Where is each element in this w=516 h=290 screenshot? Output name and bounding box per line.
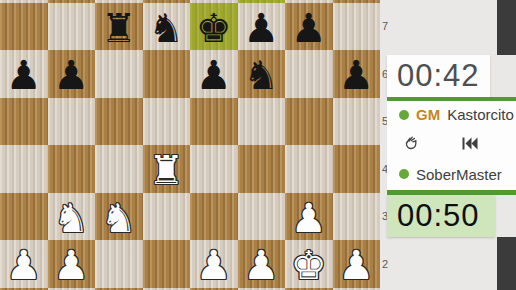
square-c2[interactable]	[95, 240, 143, 288]
square-g3[interactable]: ♟	[285, 193, 333, 241]
draw-offer-hand-icon[interactable]	[403, 135, 418, 151]
square-h2[interactable]: ♟	[333, 240, 381, 288]
active-player-clock: 00:50	[387, 195, 495, 237]
square-h3[interactable]	[333, 193, 381, 241]
rank-label-7: 7	[382, 20, 394, 32]
square-g2[interactable]: ♚	[285, 240, 333, 288]
opponent-clock: 00:42	[387, 55, 490, 97]
white-rook-d4[interactable]: ♜	[143, 145, 191, 193]
square-c3[interactable]: ♞	[95, 193, 143, 241]
square-e4[interactable]	[190, 145, 238, 193]
square-e6[interactable]: ♟	[190, 50, 238, 98]
black-king-e7[interactable]: ♚	[190, 3, 238, 51]
square-a5[interactable]	[0, 98, 48, 146]
player-title-badge: GM	[416, 106, 440, 123]
white-king-g2[interactable]: ♚	[285, 240, 333, 288]
white-pawn-f2[interactable]: ♟	[238, 240, 286, 288]
square-g7[interactable]: ♟	[285, 3, 333, 51]
square-f7[interactable]: ♟	[238, 3, 286, 51]
square-h6[interactable]: ♟	[333, 50, 381, 98]
black-pawn-b6[interactable]: ♟	[48, 50, 96, 98]
square-b5[interactable]	[48, 98, 96, 146]
chess-app-screen: ♜♜♞♚♟♟♟♟♟♞♟♜♞♞♟♟♟♟♟♚♟ 765432 00:42 GM Ka…	[0, 0, 516, 290]
online-status-icon	[399, 110, 409, 120]
square-f3[interactable]	[238, 193, 286, 241]
square-d7[interactable]: ♞	[143, 3, 191, 51]
black-rook-c7[interactable]: ♜	[95, 3, 143, 51]
app-background-bottom	[497, 237, 516, 290]
square-d3[interactable]	[143, 193, 191, 241]
square-a3[interactable]	[0, 193, 48, 241]
white-pawn-b2[interactable]: ♟	[48, 240, 96, 288]
square-g6[interactable]	[285, 50, 333, 98]
white-pawn-g3[interactable]: ♟	[285, 193, 333, 241]
white-pawn-a2[interactable]: ♟	[0, 240, 48, 288]
white-knight-b3[interactable]: ♞	[48, 193, 96, 241]
chess-board[interactable]: ♜♜♞♚♟♟♟♟♟♞♟♜♞♞♟♟♟♟♟♚♟	[0, 0, 380, 290]
square-d6[interactable]	[143, 50, 191, 98]
square-b6[interactable]: ♟	[48, 50, 96, 98]
square-e3[interactable]	[190, 193, 238, 241]
board-grid: ♜♜♞♚♟♟♟♟♟♞♟♜♞♞♟♟♟♟♟♚♟	[0, 0, 380, 290]
white-knight-c3[interactable]: ♞	[95, 193, 143, 241]
square-a6[interactable]: ♟	[0, 50, 48, 98]
square-f6[interactable]: ♞	[238, 50, 286, 98]
square-e7[interactable]: ♚	[190, 3, 238, 51]
square-h4[interactable]	[333, 145, 381, 193]
square-f4[interactable]	[238, 145, 286, 193]
square-f2[interactable]: ♟	[238, 240, 286, 288]
white-pawn-h2[interactable]: ♟	[333, 240, 381, 288]
rank-label-2: 2	[382, 258, 394, 270]
black-knight-d7[interactable]: ♞	[143, 3, 191, 51]
square-g5[interactable]	[285, 98, 333, 146]
white-pawn-e2[interactable]: ♟	[190, 240, 238, 288]
square-d5[interactable]	[143, 98, 191, 146]
square-d2[interactable]	[143, 240, 191, 288]
square-d4[interactable]: ♜	[143, 145, 191, 193]
black-knight-f6[interactable]: ♞	[238, 50, 286, 98]
online-status-icon	[399, 169, 409, 179]
square-b2[interactable]: ♟	[48, 240, 96, 288]
square-b3[interactable]: ♞	[48, 193, 96, 241]
player-row-opponent[interactable]: GM Kastorcito	[387, 101, 516, 128]
square-g4[interactable]	[285, 145, 333, 193]
square-a4[interactable]	[0, 145, 48, 193]
game-info-card: 00:42 GM Kastorcito	[387, 55, 516, 237]
square-a2[interactable]: ♟	[0, 240, 48, 288]
black-pawn-g7[interactable]: ♟	[285, 3, 333, 51]
player-name: SoberMaster	[416, 166, 502, 183]
square-h5[interactable]	[333, 98, 381, 146]
square-c5[interactable]	[95, 98, 143, 146]
game-actions-row	[387, 128, 516, 158]
player-row-self[interactable]: SoberMaster	[387, 158, 516, 190]
app-background-top	[497, 0, 516, 55]
black-pawn-a6[interactable]: ♟	[0, 50, 48, 98]
square-h7[interactable]	[333, 3, 381, 51]
square-c6[interactable]	[95, 50, 143, 98]
side-panel: 765432 00:42 GM Kastorcito	[380, 0, 516, 290]
square-a7[interactable]	[0, 3, 48, 51]
square-e5[interactable]	[190, 98, 238, 146]
square-f5[interactable]	[238, 98, 286, 146]
square-e2[interactable]: ♟	[190, 240, 238, 288]
square-b7[interactable]	[48, 3, 96, 51]
black-pawn-e6[interactable]: ♟	[190, 50, 238, 98]
black-pawn-h6[interactable]: ♟	[333, 50, 381, 98]
player-name: Kastorcito	[447, 106, 514, 123]
black-pawn-f7[interactable]: ♟	[238, 3, 286, 51]
skip-to-start-icon[interactable]	[462, 137, 478, 150]
square-b4[interactable]	[48, 145, 96, 193]
square-c4[interactable]	[95, 145, 143, 193]
square-c7[interactable]: ♜	[95, 3, 143, 51]
